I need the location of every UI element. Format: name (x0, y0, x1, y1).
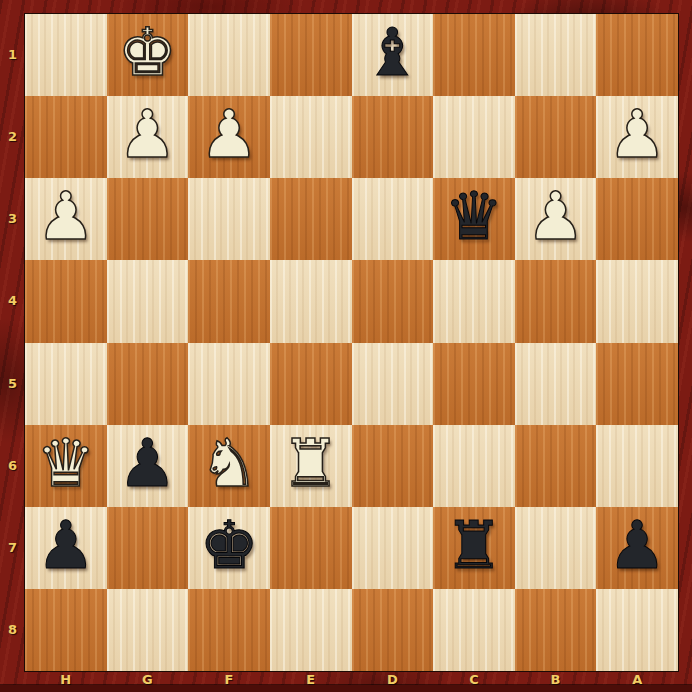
square-f2[interactable]: ♟ (188, 96, 270, 178)
square-e2[interactable] (270, 96, 352, 178)
piece-black-queen[interactable]: ♛ (444, 184, 503, 250)
square-d8[interactable] (352, 589, 434, 671)
square-b5[interactable] (515, 343, 597, 425)
piece-white-king[interactable]: ♚ (118, 20, 177, 86)
square-d2[interactable] (352, 96, 434, 178)
square-d4[interactable] (352, 260, 434, 342)
frame-bottom-edge (0, 685, 692, 692)
square-b3[interactable]: ♟ (515, 178, 597, 260)
square-f5[interactable] (188, 343, 270, 425)
square-h1[interactable] (25, 14, 107, 96)
square-g3[interactable] (107, 178, 189, 260)
square-f8[interactable] (188, 589, 270, 671)
square-h2[interactable] (25, 96, 107, 178)
square-a2[interactable]: ♟ (596, 96, 678, 178)
square-e1[interactable] (270, 14, 352, 96)
piece-black-king[interactable]: ♚ (199, 513, 258, 579)
piece-black-pawn[interactable]: ♟ (36, 513, 95, 579)
square-g2[interactable]: ♟ (107, 96, 189, 178)
square-g5[interactable] (107, 343, 189, 425)
piece-white-knight[interactable]: ♞ (199, 431, 258, 497)
square-g1[interactable]: ♚ (107, 14, 189, 96)
square-a1[interactable] (596, 14, 678, 96)
piece-white-pawn[interactable]: ♟ (118, 102, 177, 168)
square-c2[interactable] (433, 96, 515, 178)
square-h8[interactable] (25, 589, 107, 671)
piece-white-pawn[interactable]: ♟ (199, 102, 258, 168)
square-c6[interactable] (433, 425, 515, 507)
piece-white-pawn[interactable]: ♟ (608, 102, 667, 168)
square-e6[interactable]: ♜ (270, 425, 352, 507)
square-b7[interactable] (515, 507, 597, 589)
square-d1[interactable]: ♝ (352, 14, 434, 96)
square-h7[interactable]: ♟ (25, 507, 107, 589)
square-e3[interactable] (270, 178, 352, 260)
square-a7[interactable]: ♟ (596, 507, 678, 589)
square-b4[interactable] (515, 260, 597, 342)
piece-black-pawn[interactable]: ♟ (118, 431, 177, 497)
square-f7[interactable]: ♚ (188, 507, 270, 589)
square-a5[interactable] (596, 343, 678, 425)
rank-label-7: 7 (0, 541, 25, 555)
rank-label-3: 3 (0, 212, 25, 226)
rank-label-2: 2 (0, 130, 25, 144)
rank-label-5: 5 (0, 377, 25, 391)
square-c7[interactable]: ♜ (433, 507, 515, 589)
square-c3[interactable]: ♛ (433, 178, 515, 260)
square-f3[interactable] (188, 178, 270, 260)
square-d3[interactable] (352, 178, 434, 260)
square-e8[interactable] (270, 589, 352, 671)
piece-black-bishop[interactable]: ♝ (363, 20, 422, 86)
square-h6[interactable]: ♛ (25, 425, 107, 507)
piece-white-queen[interactable]: ♛ (36, 431, 95, 497)
square-a4[interactable] (596, 260, 678, 342)
square-c5[interactable] (433, 343, 515, 425)
square-d6[interactable] (352, 425, 434, 507)
chess-board: ♚♝♟♟♟♟♛♟♛♟♞♜♟♚♜♟ (25, 14, 678, 671)
square-e5[interactable] (270, 343, 352, 425)
square-b1[interactable] (515, 14, 597, 96)
piece-white-rook[interactable]: ♜ (281, 431, 340, 497)
square-c8[interactable] (433, 589, 515, 671)
square-h5[interactable] (25, 343, 107, 425)
piece-black-rook[interactable]: ♜ (444, 513, 503, 579)
square-b8[interactable] (515, 589, 597, 671)
rank-label-8: 8 (0, 623, 25, 637)
square-a6[interactable] (596, 425, 678, 507)
square-c1[interactable] (433, 14, 515, 96)
square-b2[interactable] (515, 96, 597, 178)
square-f6[interactable]: ♞ (188, 425, 270, 507)
square-d5[interactable] (352, 343, 434, 425)
square-g6[interactable]: ♟ (107, 425, 189, 507)
square-b6[interactable] (515, 425, 597, 507)
rank-label-6: 6 (0, 459, 25, 473)
square-e7[interactable] (270, 507, 352, 589)
chess-board-window: ♚♝♟♟♟♟♛♟♛♟♞♜♟♚♜♟ HGFEDCBA12345678 (0, 0, 692, 692)
square-g7[interactable] (107, 507, 189, 589)
piece-white-pawn[interactable]: ♟ (526, 184, 585, 250)
piece-white-pawn[interactable]: ♟ (36, 184, 95, 250)
square-f4[interactable] (188, 260, 270, 342)
piece-black-pawn[interactable]: ♟ (608, 513, 667, 579)
square-a3[interactable] (596, 178, 678, 260)
square-a8[interactable] (596, 589, 678, 671)
square-e4[interactable] (270, 260, 352, 342)
rank-label-4: 4 (0, 294, 25, 308)
square-h3[interactable]: ♟ (25, 178, 107, 260)
square-c4[interactable] (433, 260, 515, 342)
square-g4[interactable] (107, 260, 189, 342)
square-f1[interactable] (188, 14, 270, 96)
square-d7[interactable] (352, 507, 434, 589)
rank-label-1: 1 (0, 48, 25, 62)
square-g8[interactable] (107, 589, 189, 671)
square-h4[interactable] (25, 260, 107, 342)
